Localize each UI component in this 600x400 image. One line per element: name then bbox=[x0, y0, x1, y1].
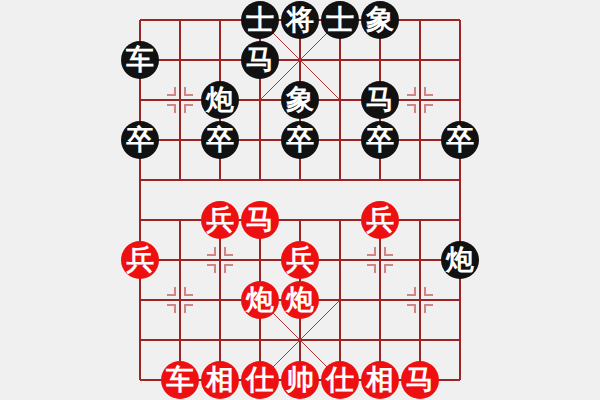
piece-red-horse[interactable]: 马 bbox=[241, 201, 279, 239]
board-point: 炮 bbox=[240, 280, 280, 320]
piece-red-king[interactable]: 帅 bbox=[281, 361, 319, 399]
board-point: 卒 bbox=[200, 120, 240, 160]
board-point: 卒 bbox=[120, 120, 160, 160]
board-point: 兵 bbox=[280, 240, 320, 280]
board-point: 卒 bbox=[280, 120, 320, 160]
piece-red-cannon[interactable]: 炮 bbox=[241, 281, 279, 319]
piece-red-horse[interactable]: 马 bbox=[401, 361, 439, 399]
piece-red-chariot[interactable]: 车 bbox=[161, 361, 199, 399]
board-point: 马 bbox=[240, 200, 280, 240]
piece-black-horse[interactable]: 马 bbox=[241, 41, 279, 79]
piece-black-elephant[interactable]: 象 bbox=[361, 1, 399, 39]
board-point: 车 bbox=[160, 360, 200, 400]
board-point: 兵 bbox=[200, 200, 240, 240]
piece-red-soldier[interactable]: 兵 bbox=[281, 241, 319, 279]
piece-black-advisor[interactable]: 士 bbox=[321, 1, 359, 39]
piece-black-horse[interactable]: 马 bbox=[361, 81, 399, 119]
board-point: 仕 bbox=[320, 360, 360, 400]
piece-red-soldier[interactable]: 兵 bbox=[201, 201, 239, 239]
board-point: 士 bbox=[320, 0, 360, 40]
piece-red-advisor[interactable]: 仕 bbox=[321, 361, 359, 399]
board-point: 仕 bbox=[240, 360, 280, 400]
piece-black-soldier[interactable]: 卒 bbox=[201, 121, 239, 159]
board-point: 兵 bbox=[360, 200, 400, 240]
piece-black-soldier[interactable]: 卒 bbox=[361, 121, 399, 159]
piece-black-king[interactable]: 将 bbox=[281, 1, 319, 39]
board-point: 马 bbox=[400, 360, 440, 400]
board-point: 炮 bbox=[280, 280, 320, 320]
piece-black-elephant[interactable]: 象 bbox=[281, 81, 319, 119]
board-point: 马 bbox=[360, 80, 400, 120]
board-point: 相 bbox=[360, 360, 400, 400]
piece-red-elephant[interactable]: 相 bbox=[201, 361, 239, 399]
piece-red-soldier[interactable]: 兵 bbox=[121, 241, 159, 279]
piece-red-cannon[interactable]: 炮 bbox=[281, 281, 319, 319]
board-point: 帅 bbox=[280, 360, 320, 400]
board-point: 将 bbox=[280, 0, 320, 40]
board-point: 象 bbox=[280, 80, 320, 120]
board-point: 卒 bbox=[440, 120, 480, 160]
board-point: 兵 bbox=[120, 240, 160, 280]
board-point: 士 bbox=[240, 0, 280, 40]
board-point: 相 bbox=[200, 360, 240, 400]
piece-red-elephant[interactable]: 相 bbox=[361, 361, 399, 399]
piece-black-advisor[interactable]: 士 bbox=[241, 1, 279, 39]
xiangqi-app: 士将士象车马炮象马卒卒卒卒卒兵马兵兵兵炮炮炮车相仕帅仕相马 bbox=[0, 0, 600, 400]
board-point: 象 bbox=[360, 0, 400, 40]
board-point: 卒 bbox=[360, 120, 400, 160]
piece-black-soldier[interactable]: 卒 bbox=[121, 121, 159, 159]
board-point: 炮 bbox=[200, 80, 240, 120]
piece-black-cannon[interactable]: 炮 bbox=[441, 241, 479, 279]
piece-black-chariot[interactable]: 车 bbox=[121, 41, 159, 79]
piece-grid: 士将士象车马炮象马卒卒卒卒卒兵马兵兵兵炮炮炮车相仕帅仕相马 bbox=[120, 0, 480, 400]
board-point: 炮 bbox=[440, 240, 480, 280]
piece-red-soldier[interactable]: 兵 bbox=[361, 201, 399, 239]
piece-black-cannon[interactable]: 炮 bbox=[201, 81, 239, 119]
piece-black-soldier[interactable]: 卒 bbox=[441, 121, 479, 159]
piece-black-soldier[interactable]: 卒 bbox=[281, 121, 319, 159]
board-point: 车 bbox=[120, 40, 160, 80]
piece-red-advisor[interactable]: 仕 bbox=[241, 361, 279, 399]
board-point: 马 bbox=[240, 40, 280, 80]
